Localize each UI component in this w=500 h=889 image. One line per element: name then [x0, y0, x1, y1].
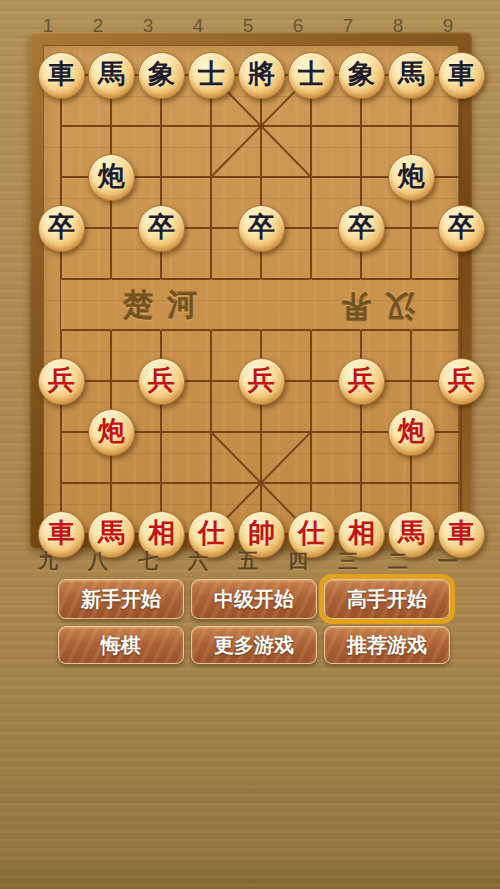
piece-glyph: 卒	[348, 214, 375, 241]
file-label-bottom: 二	[373, 548, 423, 574]
piece-red-soldier[interactable]: 兵	[238, 358, 285, 405]
bottom-file-labels: 九八七六五四三二一	[23, 548, 473, 574]
piece-black-advisor[interactable]: 士	[288, 52, 335, 99]
piece-black-advisor[interactable]: 士	[188, 52, 235, 99]
start-expert-button[interactable]: 高手开始	[324, 579, 450, 619]
piece-black-elephant[interactable]: 象	[138, 52, 185, 99]
piece-black-horse[interactable]: 馬	[88, 52, 135, 99]
piece-glyph: 將	[248, 61, 275, 88]
piece-red-soldier[interactable]: 兵	[138, 358, 185, 405]
xiangqi-board: 楚河汉界車馬象士將士象馬車炮炮卒卒卒卒卒兵兵兵兵兵炮炮車馬相仕帥仕相馬車	[30, 32, 472, 548]
piece-red-cannon[interactable]: 炮	[388, 409, 435, 456]
piece-glyph: 馬	[398, 520, 425, 547]
start-novice-button[interactable]: 新手开始	[58, 579, 184, 619]
piece-glyph: 兵	[48, 367, 75, 394]
piece-glyph: 象	[348, 61, 375, 88]
piece-glyph: 馬	[98, 61, 125, 88]
file-label-bottom: 一	[423, 548, 473, 574]
piece-red-soldier[interactable]: 兵	[438, 358, 485, 405]
piece-glyph: 炮	[98, 418, 125, 445]
piece-glyph: 炮	[398, 163, 425, 190]
piece-black-soldier[interactable]: 卒	[338, 205, 385, 252]
piece-glyph: 車	[48, 520, 75, 547]
file-label-bottom: 七	[123, 548, 173, 574]
piece-black-general[interactable]: 將	[238, 52, 285, 99]
piece-glyph: 馬	[398, 61, 425, 88]
piece-glyph: 帥	[248, 520, 275, 547]
piece-glyph: 兵	[348, 367, 375, 394]
file-label-bottom: 九	[23, 548, 73, 574]
piece-glyph: 車	[448, 61, 475, 88]
piece-glyph: 車	[448, 520, 475, 547]
more-games-button[interactable]: 更多游戏	[191, 626, 317, 664]
start-intermediate-button[interactable]: 中级开始	[191, 579, 317, 619]
piece-glyph: 兵	[448, 367, 475, 394]
piece-black-soldier[interactable]: 卒	[38, 205, 85, 252]
piece-glyph: 車	[48, 61, 75, 88]
piece-glyph: 相	[148, 520, 175, 547]
piece-red-cannon[interactable]: 炮	[88, 409, 135, 456]
file-label-bottom: 五	[223, 548, 273, 574]
menu-buttons: 新手开始中级开始高手开始悔棋更多游戏推荐游戏	[58, 579, 450, 664]
piece-glyph: 卒	[248, 214, 275, 241]
piece-glyph: 兵	[248, 367, 275, 394]
piece-black-elephant[interactable]: 象	[338, 52, 385, 99]
piece-glyph: 炮	[98, 163, 125, 190]
piece-red-soldier[interactable]: 兵	[338, 358, 385, 405]
piece-glyph: 兵	[148, 367, 175, 394]
piece-black-cannon[interactable]: 炮	[88, 154, 135, 201]
piece-black-soldier[interactable]: 卒	[438, 205, 485, 252]
piece-black-soldier[interactable]: 卒	[138, 205, 185, 252]
piece-glyph: 仕	[298, 520, 325, 547]
file-label-bottom: 六	[173, 548, 223, 574]
piece-glyph: 象	[148, 61, 175, 88]
file-label-bottom: 四	[273, 548, 323, 574]
piece-glyph: 炮	[398, 418, 425, 445]
piece-glyph: 士	[298, 61, 325, 88]
piece-glyph: 卒	[148, 214, 175, 241]
piece-black-horse[interactable]: 馬	[388, 52, 435, 99]
piece-red-soldier[interactable]: 兵	[38, 358, 85, 405]
piece-glyph: 卒	[48, 214, 75, 241]
recommended-games-button[interactable]: 推荐游戏	[324, 626, 450, 664]
piece-black-cannon[interactable]: 炮	[388, 154, 435, 201]
undo-move-button[interactable]: 悔棋	[58, 626, 184, 664]
file-label-bottom: 三	[323, 548, 373, 574]
piece-glyph: 卒	[448, 214, 475, 241]
file-label-bottom: 八	[73, 548, 123, 574]
piece-black-rook[interactable]: 車	[38, 52, 85, 99]
piece-black-soldier[interactable]: 卒	[238, 205, 285, 252]
piece-glyph: 相	[348, 520, 375, 547]
pieces-layer: 車馬象士將士象馬車炮炮卒卒卒卒卒兵兵兵兵兵炮炮車馬相仕帥仕相馬車	[61, 75, 461, 534]
piece-glyph: 士	[198, 61, 225, 88]
xiangqi-game-screen: 123456789 楚河汉界車馬象士將士象馬車炮炮卒卒卒卒卒兵兵兵兵兵炮炮車馬相…	[0, 0, 500, 889]
piece-glyph: 馬	[98, 520, 125, 547]
board-lattice: 楚河汉界車馬象士將士象馬車炮炮卒卒卒卒卒兵兵兵兵兵炮炮車馬相仕帥仕相馬車	[60, 74, 462, 535]
board-surface[interactable]: 楚河汉界車馬象士將士象馬車炮炮卒卒卒卒卒兵兵兵兵兵炮炮車馬相仕帥仕相馬車	[43, 45, 459, 535]
piece-glyph: 仕	[198, 520, 225, 547]
piece-black-rook[interactable]: 車	[438, 52, 485, 99]
